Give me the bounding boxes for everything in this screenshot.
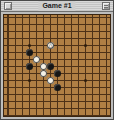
close-box-icon[interactable] bbox=[4, 2, 12, 10]
board-frame: ●●●●●●●●●●△ bbox=[1, 12, 113, 119]
black-stone: ● bbox=[26, 49, 33, 56]
white-stone: ● bbox=[33, 56, 40, 63]
black-stone: ● bbox=[54, 84, 61, 91]
white-stone: ● bbox=[40, 63, 47, 70]
star-point bbox=[84, 79, 87, 82]
collapse-box-icon[interactable] bbox=[102, 2, 110, 10]
star-point bbox=[28, 44, 31, 47]
black-stone: ● bbox=[54, 70, 61, 77]
star-point bbox=[28, 79, 31, 82]
go-board[interactable]: ●●●●●●●●●●△ bbox=[3, 14, 111, 117]
black-stone: ● bbox=[47, 63, 54, 70]
star-point bbox=[84, 44, 87, 47]
window-title: Game #1 bbox=[38, 1, 75, 11]
game-window: Game #1 ●●●●●●●●●●△ bbox=[0, 0, 114, 120]
white-stone: ● bbox=[47, 77, 54, 84]
white-stone: ● bbox=[40, 70, 47, 77]
white-stone: ● bbox=[47, 42, 54, 49]
title-bar[interactable]: Game #1 bbox=[1, 1, 113, 12]
black-stone: ● bbox=[26, 63, 33, 70]
